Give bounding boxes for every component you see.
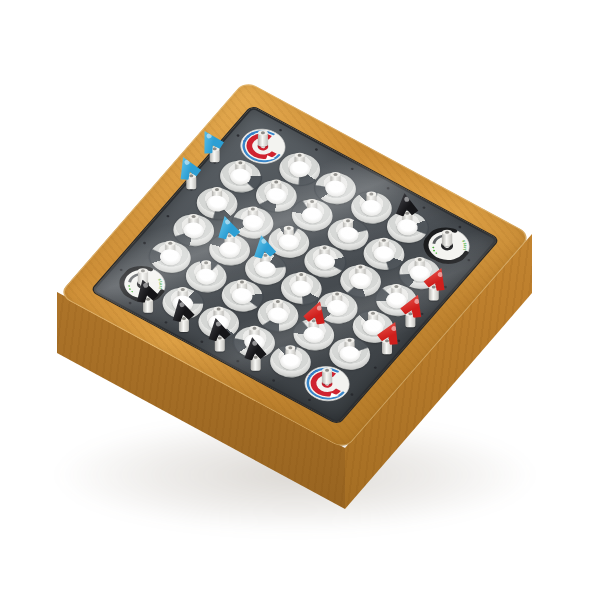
spindle-peg [330, 174, 340, 188]
spindle-peg [320, 247, 330, 261]
spindle-peg [165, 243, 175, 257]
spindle-peg [332, 293, 342, 307]
spindle-peg [322, 370, 332, 384]
spindle-peg [366, 193, 376, 207]
spindle-peg [212, 189, 222, 203]
spindle-peg [285, 347, 295, 361]
spindle-peg [345, 340, 355, 354]
spindle-peg [355, 267, 365, 281]
spindle-peg [307, 201, 317, 215]
spindle-peg [442, 232, 452, 246]
spindle-peg [391, 286, 401, 300]
spindle-peg [295, 155, 305, 169]
photo-scene: start start [0, 0, 600, 600]
spindle-peg [368, 313, 378, 327]
spindle-peg [235, 162, 245, 176]
game-board: start start [58, 80, 532, 450]
spindle-peg [248, 208, 258, 222]
spindle-peg [415, 259, 425, 273]
spindle-peg [258, 132, 268, 146]
spindle-peg [343, 220, 353, 234]
spindle-peg [379, 240, 389, 254]
spindle-peg [249, 328, 259, 342]
spindle-peg [296, 274, 306, 288]
spindle-peg [237, 282, 247, 296]
spindle-peg [273, 301, 283, 315]
spindle-peg [201, 262, 211, 276]
spindle-peg [189, 216, 199, 230]
spindle-peg [284, 228, 294, 242]
spindle-peg [271, 182, 281, 196]
